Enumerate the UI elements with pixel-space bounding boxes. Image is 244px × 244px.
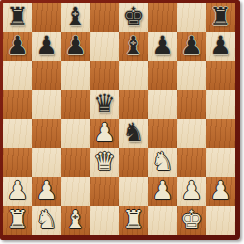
square-e3[interactable] xyxy=(119,148,148,177)
black-pawn-icon: ♟ xyxy=(151,31,173,60)
black-rook-icon: ♜ xyxy=(209,2,231,31)
black-rook-icon: ♜ xyxy=(6,2,28,31)
chess-diagram-screenshot: ♜♝♚♜♟♟♟♝♟♟♟♛♟♞♛♞♟♟♟♟♟♜♞♝♜♚ xyxy=(0,0,244,244)
white-pawn-icon: ♟ xyxy=(35,176,57,205)
square-h3[interactable] xyxy=(206,148,235,177)
square-a6[interactable] xyxy=(3,61,32,90)
white-pawn-icon: ♟ xyxy=(93,118,115,147)
white-pawn-icon: ♟ xyxy=(151,176,173,205)
white-knight-icon: ♞ xyxy=(151,147,173,176)
square-b1[interactable]: ♞ xyxy=(32,206,61,235)
square-d4[interactable]: ♟ xyxy=(90,119,119,148)
board-frame: ♜♝♚♜♟♟♟♝♟♟♟♛♟♞♛♞♟♟♟♟♟♜♞♝♜♚ xyxy=(0,0,240,240)
square-c3[interactable] xyxy=(61,148,90,177)
square-c7[interactable]: ♟ xyxy=(61,32,90,61)
square-a3[interactable] xyxy=(3,148,32,177)
square-e5[interactable] xyxy=(119,90,148,119)
square-f3[interactable]: ♞ xyxy=(148,148,177,177)
square-d8[interactable] xyxy=(90,3,119,32)
square-g1[interactable]: ♚ xyxy=(177,206,206,235)
square-g8[interactable] xyxy=(177,3,206,32)
white-king-icon: ♚ xyxy=(180,205,202,234)
white-pawn-icon: ♟ xyxy=(209,176,231,205)
square-h7[interactable]: ♟ xyxy=(206,32,235,61)
square-f5[interactable] xyxy=(148,90,177,119)
square-a8[interactable]: ♜ xyxy=(3,3,32,32)
square-d3[interactable]: ♛ xyxy=(90,148,119,177)
square-a7[interactable]: ♟ xyxy=(3,32,32,61)
square-b2[interactable]: ♟ xyxy=(32,177,61,206)
black-pawn-icon: ♟ xyxy=(6,31,28,60)
square-b7[interactable]: ♟ xyxy=(32,32,61,61)
white-rook-icon: ♜ xyxy=(6,205,28,234)
white-pawn-icon: ♟ xyxy=(180,176,202,205)
square-e2[interactable] xyxy=(119,177,148,206)
white-pawn-icon: ♟ xyxy=(6,176,28,205)
square-d5[interactable]: ♛ xyxy=(90,90,119,119)
black-bishop-icon: ♝ xyxy=(64,2,86,31)
black-queen-icon: ♛ xyxy=(93,89,115,118)
square-c6[interactable] xyxy=(61,61,90,90)
square-f1[interactable] xyxy=(148,206,177,235)
square-d2[interactable] xyxy=(90,177,119,206)
square-h4[interactable] xyxy=(206,119,235,148)
square-f6[interactable] xyxy=(148,61,177,90)
square-g5[interactable] xyxy=(177,90,206,119)
white-knight-icon: ♞ xyxy=(35,205,57,234)
black-pawn-icon: ♟ xyxy=(35,31,57,60)
square-h8[interactable]: ♜ xyxy=(206,3,235,32)
square-c5[interactable] xyxy=(61,90,90,119)
square-d6[interactable] xyxy=(90,61,119,90)
square-a2[interactable]: ♟ xyxy=(3,177,32,206)
square-d1[interactable] xyxy=(90,206,119,235)
square-a4[interactable] xyxy=(3,119,32,148)
square-c1[interactable]: ♝ xyxy=(61,206,90,235)
black-king-icon: ♚ xyxy=(122,2,144,31)
square-g6[interactable] xyxy=(177,61,206,90)
square-f7[interactable]: ♟ xyxy=(148,32,177,61)
square-e7[interactable]: ♝ xyxy=(119,32,148,61)
square-h2[interactable]: ♟ xyxy=(206,177,235,206)
black-pawn-icon: ♟ xyxy=(180,31,202,60)
square-h6[interactable] xyxy=(206,61,235,90)
square-g7[interactable]: ♟ xyxy=(177,32,206,61)
square-c4[interactable] xyxy=(61,119,90,148)
square-b8[interactable] xyxy=(32,3,61,32)
square-g3[interactable] xyxy=(177,148,206,177)
square-f8[interactable] xyxy=(148,3,177,32)
black-pawn-icon: ♟ xyxy=(64,31,86,60)
square-h1[interactable] xyxy=(206,206,235,235)
square-e1[interactable]: ♜ xyxy=(119,206,148,235)
square-c8[interactable]: ♝ xyxy=(61,3,90,32)
square-e8[interactable]: ♚ xyxy=(119,3,148,32)
white-queen-icon: ♛ xyxy=(93,147,115,176)
square-a5[interactable] xyxy=(3,90,32,119)
black-knight-icon: ♞ xyxy=(122,118,144,147)
white-bishop-icon: ♝ xyxy=(64,205,86,234)
square-e4[interactable]: ♞ xyxy=(119,119,148,148)
square-h5[interactable] xyxy=(206,90,235,119)
chess-board: ♜♝♚♜♟♟♟♝♟♟♟♛♟♞♛♞♟♟♟♟♟♜♞♝♜♚ xyxy=(3,3,235,235)
black-pawn-icon: ♟ xyxy=(209,31,231,60)
square-b5[interactable] xyxy=(32,90,61,119)
square-d7[interactable] xyxy=(90,32,119,61)
square-e6[interactable] xyxy=(119,61,148,90)
square-b6[interactable] xyxy=(32,61,61,90)
square-c2[interactable] xyxy=(61,177,90,206)
white-rook-icon: ♜ xyxy=(122,205,144,234)
square-f4[interactable] xyxy=(148,119,177,148)
square-f2[interactable]: ♟ xyxy=(148,177,177,206)
square-b3[interactable] xyxy=(32,148,61,177)
square-g2[interactable]: ♟ xyxy=(177,177,206,206)
square-b4[interactable] xyxy=(32,119,61,148)
square-g4[interactable] xyxy=(177,119,206,148)
black-bishop-icon: ♝ xyxy=(122,31,144,60)
square-a1[interactable]: ♜ xyxy=(3,206,32,235)
